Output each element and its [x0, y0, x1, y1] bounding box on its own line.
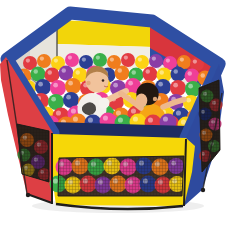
- ball-highlight: [166, 58, 170, 62]
- front-mesh-shade: [58, 156, 184, 196]
- ball-highlight: [110, 57, 114, 61]
- ball-highlight: [53, 83, 58, 88]
- plastic-ball: [65, 78, 81, 94]
- ball-highlight: [152, 56, 156, 60]
- ball-highlight: [163, 116, 168, 121]
- ball-highlight: [62, 68, 67, 73]
- ball-highlight: [82, 57, 86, 61]
- ball-highlight: [133, 116, 138, 121]
- plastic-ball: [170, 80, 186, 96]
- plastic-ball: [93, 53, 107, 67]
- ball-highlight: [131, 108, 136, 113]
- plastic-ball: [149, 54, 163, 68]
- ball-highlight: [201, 73, 206, 78]
- ball-highlight: [160, 70, 165, 75]
- ball-highlight: [176, 110, 181, 115]
- ball-highlight: [158, 82, 163, 87]
- photo-canvas: [0, 0, 228, 228]
- ball-highlight: [186, 98, 191, 103]
- ball-highlight: [53, 178, 58, 183]
- ball-highlight: [173, 83, 178, 88]
- ball-highlight: [88, 117, 93, 122]
- ball-highlight: [188, 84, 193, 89]
- plastic-ball: [135, 55, 149, 69]
- ball-highlight: [118, 117, 123, 122]
- front-panel: [50, 134, 196, 206]
- ball-highlight: [56, 110, 61, 115]
- plastic-ball: [37, 54, 51, 68]
- plastic-ball: [65, 53, 79, 67]
- baby-right-ear: [153, 97, 157, 101]
- ball-highlight: [193, 59, 197, 63]
- ball-highlight: [66, 95, 71, 100]
- ball-highlight: [38, 82, 43, 87]
- baby-left-eye: [102, 79, 105, 82]
- ball-highlight: [103, 115, 108, 120]
- ball-highlight: [180, 57, 184, 61]
- ball-highlight: [54, 58, 58, 62]
- right-corner-tip: [201, 188, 205, 192]
- plastic-ball: [35, 79, 51, 95]
- ball-highlight: [116, 110, 121, 115]
- ball-highlight: [128, 81, 133, 86]
- ball-highlight: [118, 68, 123, 73]
- baby-right-face: [136, 94, 148, 108]
- ball-highlight: [68, 81, 73, 86]
- left-corner-tip: [26, 193, 30, 197]
- ball-highlight: [146, 69, 151, 74]
- ball-highlight: [26, 58, 30, 62]
- ball-highlight: [124, 55, 128, 59]
- plastic-ball: [171, 67, 186, 82]
- plastic-ball: [121, 53, 135, 67]
- baby-left-ear: [86, 81, 90, 85]
- ball-highlight: [34, 69, 39, 74]
- ball-highlight: [96, 55, 100, 59]
- ball-pit-product-photo: [0, 0, 228, 228]
- ball-highlight: [76, 70, 81, 75]
- ball-highlight: [48, 70, 53, 75]
- ball-highlight: [71, 108, 76, 113]
- ball-highlight: [113, 83, 118, 88]
- ball-highlight: [148, 117, 153, 122]
- plastic-ball: [50, 80, 66, 96]
- plastic-ball: [115, 66, 130, 81]
- plastic-ball: [143, 67, 158, 82]
- ball-highlight: [188, 71, 193, 76]
- ball-highlight: [174, 69, 179, 74]
- ball-highlight: [68, 55, 72, 59]
- ball-highlight: [51, 97, 56, 102]
- ball-highlight: [73, 116, 78, 121]
- ball-highlight: [40, 56, 44, 60]
- ball-highlight: [132, 70, 137, 75]
- baby-left-sleeve: [99, 98, 110, 109]
- ball-highlight: [138, 57, 142, 61]
